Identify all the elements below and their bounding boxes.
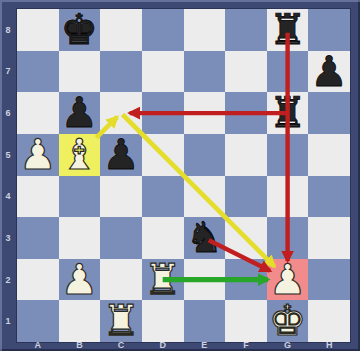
- square-a1[interactable]: [17, 300, 59, 342]
- piece-black-rook-g6[interactable]: ♜: [269, 92, 307, 134]
- square-f6[interactable]: [225, 92, 267, 134]
- piece-white-king-g1[interactable]: ♚: [269, 300, 307, 342]
- square-b7[interactable]: [59, 51, 101, 93]
- square-h2[interactable]: [308, 259, 350, 301]
- piece-white-rook-c1[interactable]: ♜: [102, 300, 140, 342]
- piece-white-pawn-b2[interactable]: ♟: [61, 259, 99, 301]
- square-g5[interactable]: [267, 134, 309, 176]
- square-b8[interactable]: ♚: [59, 9, 101, 51]
- piece-white-pawn-g2[interactable]: ♟: [269, 259, 307, 301]
- file-label-f: F: [225, 341, 267, 351]
- square-b1[interactable]: [59, 300, 101, 342]
- file-label-h: H: [308, 341, 350, 351]
- rank-label-1: 1: [0, 316, 16, 326]
- chess-board-window: ♚♜♟♟♜♟♝♟♞♟♜♟♜♚ 87654321 ABCDEFGH: [0, 0, 360, 351]
- rank-label-4: 4: [0, 191, 16, 201]
- rank-label-8: 8: [0, 25, 16, 35]
- square-c7[interactable]: [100, 51, 142, 93]
- square-h5[interactable]: [308, 134, 350, 176]
- square-d6[interactable]: [142, 92, 184, 134]
- square-f3[interactable]: [225, 217, 267, 259]
- square-c2[interactable]: [100, 259, 142, 301]
- rank-label-5: 5: [0, 150, 16, 160]
- rank-label-6: 6: [0, 108, 16, 118]
- square-g6[interactable]: ♜: [267, 92, 309, 134]
- rank-label-3: 3: [0, 233, 16, 243]
- square-h1[interactable]: [308, 300, 350, 342]
- square-a2[interactable]: [17, 259, 59, 301]
- file-label-a: A: [17, 341, 59, 351]
- file-label-e: E: [184, 341, 226, 351]
- square-h8[interactable]: [308, 9, 350, 51]
- square-e4[interactable]: [184, 176, 226, 218]
- square-g7[interactable]: [267, 51, 309, 93]
- piece-black-pawn-h7[interactable]: ♟: [310, 51, 348, 93]
- square-g2[interactable]: ♟: [267, 259, 309, 301]
- file-label-g: G: [267, 341, 309, 351]
- square-a7[interactable]: [17, 51, 59, 93]
- square-b4[interactable]: [59, 176, 101, 218]
- file-label-b: B: [59, 341, 101, 351]
- square-g8[interactable]: ♜: [267, 9, 309, 51]
- square-c6[interactable]: [100, 92, 142, 134]
- square-h4[interactable]: [308, 176, 350, 218]
- square-c5[interactable]: ♟: [100, 134, 142, 176]
- file-label-c: C: [100, 341, 142, 351]
- square-d2[interactable]: ♜: [142, 259, 184, 301]
- square-g3[interactable]: [267, 217, 309, 259]
- square-a8[interactable]: [17, 9, 59, 51]
- square-g4[interactable]: [267, 176, 309, 218]
- square-b5[interactable]: ♝: [59, 134, 101, 176]
- square-e7[interactable]: [184, 51, 226, 93]
- piece-black-pawn-b6[interactable]: ♟: [61, 92, 99, 134]
- square-b2[interactable]: ♟: [59, 259, 101, 301]
- square-e1[interactable]: [184, 300, 226, 342]
- square-b3[interactable]: [59, 217, 101, 259]
- square-d5[interactable]: [142, 134, 184, 176]
- square-c3[interactable]: [100, 217, 142, 259]
- square-d1[interactable]: [142, 300, 184, 342]
- piece-white-rook-d2[interactable]: ♜: [144, 259, 182, 301]
- piece-black-pawn-c5[interactable]: ♟: [102, 134, 140, 176]
- piece-black-king-b8[interactable]: ♚: [61, 9, 99, 51]
- square-h7[interactable]: ♟: [308, 51, 350, 93]
- square-e8[interactable]: [184, 9, 226, 51]
- square-d7[interactable]: [142, 51, 184, 93]
- square-f8[interactable]: [225, 9, 267, 51]
- square-c8[interactable]: [100, 9, 142, 51]
- square-a3[interactable]: [17, 217, 59, 259]
- piece-white-pawn-a5[interactable]: ♟: [19, 134, 57, 176]
- square-e3[interactable]: ♞: [184, 217, 226, 259]
- chess-board: ♚♜♟♟♜♟♝♟♞♟♜♟♜♚: [17, 9, 350, 342]
- rank-label-7: 7: [0, 66, 16, 76]
- square-f7[interactable]: [225, 51, 267, 93]
- piece-black-rook-g8[interactable]: ♜: [269, 9, 307, 51]
- square-d4[interactable]: [142, 176, 184, 218]
- square-c1[interactable]: ♜: [100, 300, 142, 342]
- square-a5[interactable]: ♟: [17, 134, 59, 176]
- square-d3[interactable]: [142, 217, 184, 259]
- square-f4[interactable]: [225, 176, 267, 218]
- piece-white-bishop-b5[interactable]: ♝: [61, 134, 99, 176]
- square-h6[interactable]: [308, 92, 350, 134]
- square-f2[interactable]: [225, 259, 267, 301]
- square-c4[interactable]: [100, 176, 142, 218]
- square-e6[interactable]: [184, 92, 226, 134]
- file-label-d: D: [142, 341, 184, 351]
- square-a4[interactable]: [17, 176, 59, 218]
- square-d8[interactable]: [142, 9, 184, 51]
- square-e5[interactable]: [184, 134, 226, 176]
- square-a6[interactable]: [17, 92, 59, 134]
- square-h3[interactable]: [308, 217, 350, 259]
- square-e2[interactable]: [184, 259, 226, 301]
- square-g1[interactable]: ♚: [267, 300, 309, 342]
- square-b6[interactable]: ♟: [59, 92, 101, 134]
- piece-black-knight-e3[interactable]: ♞: [185, 217, 223, 259]
- square-f5[interactable]: [225, 134, 267, 176]
- rank-label-2: 2: [0, 275, 16, 285]
- square-f1[interactable]: [225, 300, 267, 342]
